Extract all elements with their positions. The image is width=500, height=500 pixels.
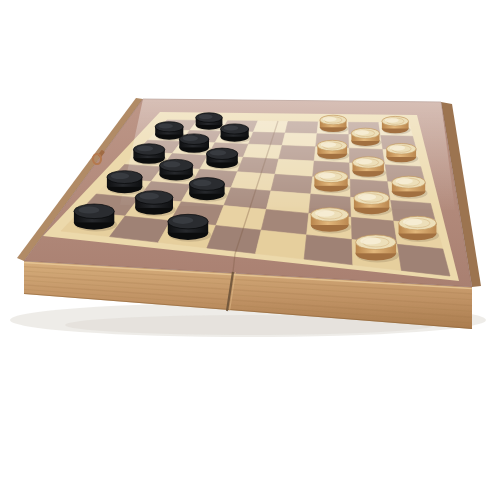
wood-man-r3c8[interactable] (386, 144, 418, 164)
black-man-r6c1[interactable] (107, 171, 145, 195)
black-man-r8c1[interactable] (74, 204, 117, 232)
product-photo-stage (0, 0, 500, 500)
black-man-r8c3[interactable] (168, 214, 211, 242)
wood-man-r1c8[interactable] (382, 116, 411, 134)
wood-man-r1c6[interactable] (320, 115, 349, 133)
black-man-r4c3[interactable] (206, 148, 240, 170)
black-man-r2c3[interactable] (221, 124, 251, 143)
checkers-board[interactable] (0, 0, 500, 500)
wood-man-r3c6[interactable] (317, 140, 349, 160)
black-man-r6c3[interactable] (189, 178, 227, 202)
black-man-r7c2[interactable] (135, 191, 175, 217)
wood-man-r5c8[interactable] (392, 176, 428, 199)
wood-man-r2c7[interactable] (351, 128, 381, 147)
black-man-r5c2[interactable] (160, 159, 196, 182)
wood-man-r6c7[interactable] (354, 192, 392, 216)
wood-man-r5c6[interactable] (314, 171, 350, 194)
black-man-r1c2[interactable] (196, 113, 225, 131)
wood-man-r7c6[interactable] (311, 208, 351, 234)
wood-man-r4c7[interactable] (353, 157, 387, 178)
wood-man-r7c8[interactable] (399, 216, 439, 242)
black-man-r3c2[interactable] (179, 134, 211, 154)
wood-man-r8c7[interactable] (356, 235, 399, 263)
